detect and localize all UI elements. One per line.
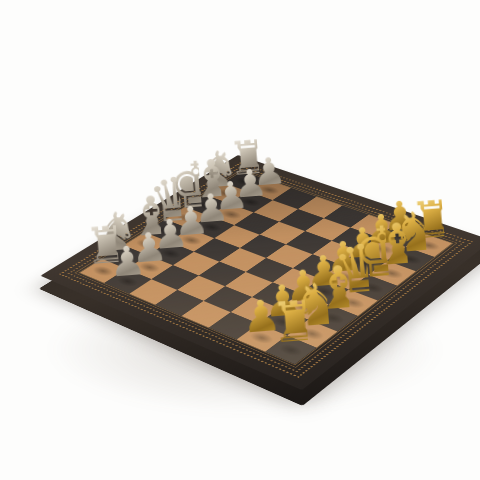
- square-g4: [279, 209, 324, 231]
- silver-pawn: ♟: [108, 240, 145, 283]
- square-a2: ♟: [104, 269, 151, 294]
- chess-board: ♜♟♟♜♞♟♟♞♝♟♟♝♚♟♟♚♛♟♟♛♝♟♟♝♞♟♟♞♜♟♟♜: [40, 155, 480, 390]
- square-h3: [273, 188, 317, 209]
- board-grid: ♜♟♟♜♞♟♟♞♝♟♟♝♚♟♟♚♛♟♟♛♝♟♟♝♞♟♟♞♜♟♟♜: [80, 171, 452, 364]
- perspective-scene: ♜♟♟♜♞♟♟♞♝♟♟♝♚♟♟♚♛♟♟♛♝♟♟♝♞♟♟♞♜♟♟♜: [0, 0, 480, 480]
- square-a8: ♜: [265, 336, 316, 365]
- gold-rook: ♜: [269, 294, 309, 352]
- square-a4: [155, 290, 203, 316]
- camera-tilt-wrapper: ♜♟♟♜♞♟♟♞♝♟♟♝♚♟♟♚♛♟♟♛♝♟♟♝♞♟♟♞♜♟♟♜: [0, 0, 480, 480]
- product-photo-stage: ♜♟♟♜♞♟♟♞♝♟♟♝♚♟♟♚♛♟♟♛♝♟♟♝♞♟♟♞♜♟♟♜: [0, 0, 480, 480]
- square-g3: [254, 200, 298, 222]
- square-a5: [182, 301, 231, 328]
- square-f3: [234, 213, 279, 235]
